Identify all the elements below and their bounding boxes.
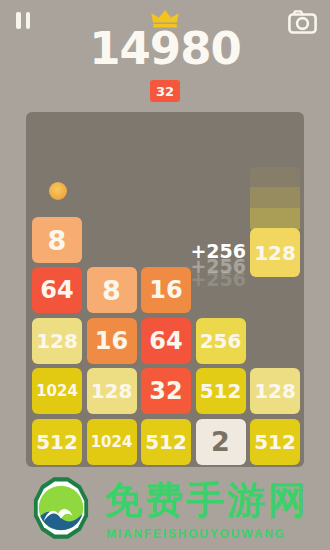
tile-2: 2 (196, 419, 246, 465)
tile-128: 128 (250, 368, 300, 414)
tile-512: 512 (32, 419, 82, 465)
score: 14980 (0, 24, 330, 74)
tile-512: 512 (196, 368, 246, 414)
tile-8: 8 (32, 217, 82, 263)
game-screen: 14980 32 128 +256 +256 +256 864816128166… (0, 0, 330, 550)
tile-16: 16 (87, 318, 137, 364)
tile-128: 128 (32, 318, 82, 364)
watermark-title: 免费手游网 (104, 475, 309, 526)
tile-64: 64 (32, 267, 82, 313)
tile-16: 16 (141, 267, 191, 313)
score-popup-ghost: +256 (190, 270, 246, 289)
watermark-logo-icon (32, 474, 90, 542)
watermark-subtitle: MIANFEISHOUYOUWANG (106, 527, 286, 541)
score-popup: +256 +256 +256 (146, 242, 246, 261)
tile-256: 256 (196, 318, 246, 364)
falling-tile-trail (250, 167, 300, 229)
tile-1024: 1024 (87, 419, 137, 465)
watermark-banner[interactable]: 免费手游网 MIANFEISHOUYOUWANG (0, 467, 330, 550)
tile-64: 64 (141, 318, 191, 364)
tile-512: 512 (141, 419, 191, 465)
tile-8: 8 (87, 267, 137, 313)
tile-32: 32 (141, 368, 191, 414)
tile-512: 512 (250, 419, 300, 465)
next-tile-badge: 32 (150, 80, 180, 102)
board[interactable]: 128 +256 +256 +256 864816128166425610241… (26, 112, 304, 467)
falling-tile: 128 (250, 228, 300, 277)
tile-128: 128 (87, 368, 137, 414)
tile-1024: 1024 (32, 368, 82, 414)
ball-icon (49, 182, 67, 200)
